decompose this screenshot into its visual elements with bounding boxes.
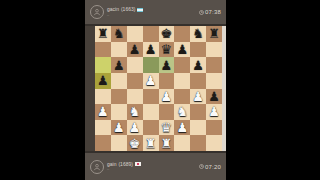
square-a7[interactable] [95,42,111,58]
piece-white-king[interactable]: ♚ [129,136,141,149]
chess-app-screen: gacin (1663) – 07:38 ♜♞♚♞♜♟♟♛♟♟♟♟♟♟♟♟♟♟♞… [85,0,226,180]
square-a2[interactable] [95,120,111,136]
square-a8[interactable]: ♜ [95,26,111,42]
square-d4[interactable] [143,89,159,105]
opponent-avatar[interactable] [90,5,104,19]
square-g8[interactable]: ♞ [190,26,206,42]
square-g3[interactable] [190,104,206,120]
piece-white-pawn[interactable]: ♟ [129,121,141,134]
square-b2[interactable]: ♟ [111,120,127,136]
square-h7[interactable] [206,42,222,58]
square-e3[interactable] [159,104,175,120]
square-h2[interactable] [206,120,222,136]
square-d7[interactable]: ♟ [143,42,159,58]
piece-white-pawn[interactable]: ♟ [113,121,125,134]
player-clock-time: 07:20 [205,164,221,170]
player-subtext: – [107,167,141,171]
square-d2[interactable] [143,120,159,136]
square-e5[interactable] [159,73,175,89]
square-c2[interactable]: ♟ [127,120,143,136]
square-d1[interactable]: ♜ [143,135,159,151]
square-e7[interactable]: ♛ [159,42,175,58]
piece-white-pawn[interactable]: ♟ [208,105,220,118]
opponent-flag-icon [137,8,143,12]
square-g5[interactable] [190,73,206,89]
square-f2[interactable]: ♟ [174,120,190,136]
piece-black-queen[interactable]: ♛ [161,42,173,55]
square-f4[interactable] [174,89,190,105]
square-c4[interactable] [127,89,143,105]
opponent-subtext: – [107,13,143,17]
board-left-gutter [85,26,95,151]
user-icon [93,163,101,171]
square-c5[interactable] [127,73,143,89]
square-h3[interactable]: ♟ [206,104,222,120]
square-g6[interactable]: ♟ [190,57,206,73]
square-c3[interactable]: ♞ [127,104,143,120]
square-b4[interactable] [111,89,127,105]
letterbox-right [226,0,320,180]
piece-black-knight[interactable]: ♞ [192,27,204,40]
square-e4[interactable]: ♟ [159,89,175,105]
square-a6[interactable] [95,57,111,73]
square-b5[interactable] [111,73,127,89]
piece-white-pawn[interactable]: ♟ [192,89,204,102]
square-f5[interactable] [174,73,190,89]
square-h4[interactable]: ♟ [206,89,222,105]
square-c8[interactable] [127,26,143,42]
piece-black-rook[interactable]: ♜ [208,27,220,40]
opponent-player-bar[interactable]: gacin (1663) – 07:38 [85,0,226,26]
piece-black-pawn[interactable]: ♟ [113,58,125,71]
square-d6[interactable] [143,57,159,73]
square-g7[interactable] [190,42,206,58]
piece-white-pawn[interactable]: ♟ [161,89,173,102]
square-e6[interactable]: ♟ [159,57,175,73]
square-e1[interactable]: ♜ [159,135,175,151]
square-g4[interactable]: ♟ [190,89,206,105]
piece-black-pawn[interactable]: ♟ [129,42,141,55]
letterbox-left [0,0,85,180]
square-d3[interactable] [143,104,159,120]
piece-white-rook[interactable]: ♜ [161,136,173,149]
square-a1[interactable] [95,135,111,151]
piece-black-rook[interactable]: ♜ [97,27,109,40]
square-c1[interactable]: ♚ [127,135,143,151]
piece-white-knight[interactable]: ♞ [129,105,141,118]
piece-black-pawn[interactable]: ♟ [192,58,204,71]
piece-white-rook[interactable]: ♜ [145,136,157,149]
square-f6[interactable] [174,57,190,73]
piece-black-pawn[interactable]: ♟ [208,89,220,102]
video-frame: gacin (1663) – 07:38 ♜♞♚♞♜♟♟♛♟♟♟♟♟♟♟♟♟♟♞… [0,0,320,180]
square-g2[interactable] [190,120,206,136]
piece-black-pawn[interactable]: ♟ [161,58,173,71]
square-c7[interactable]: ♟ [127,42,143,58]
square-h1[interactable] [206,135,222,151]
piece-white-pawn[interactable]: ♟ [145,74,157,87]
player-clock: 07:20 [199,164,221,170]
piece-black-pawn[interactable]: ♟ [176,42,188,55]
square-f3[interactable]: ♞ [174,104,190,120]
square-e2[interactable]: ♛ [159,120,175,136]
square-a4[interactable] [95,89,111,105]
player-avatar[interactable] [90,160,104,174]
piece-black-pawn[interactable]: ♟ [145,42,157,55]
square-b6[interactable]: ♟ [111,57,127,73]
piece-black-king[interactable]: ♚ [161,27,173,40]
user-icon [93,8,101,16]
piece-white-pawn[interactable]: ♟ [176,121,188,134]
player-bar[interactable]: gain (1689) – 07:20 [85,151,226,180]
opponent-clock: 07:38 [199,9,221,15]
square-d8[interactable] [143,26,159,42]
clock-icon [199,164,204,169]
square-f7[interactable]: ♟ [174,42,190,58]
board-area: ♜♞♚♞♜♟♟♛♟♟♟♟♟♟♟♟♟♟♞♞♟♟♟♛♟♚♜♜ [85,26,226,151]
square-d5[interactable]: ♟ [143,73,159,89]
clock-icon [199,10,204,15]
square-h5[interactable] [206,73,222,89]
square-a5[interactable]: ♟ [95,73,111,89]
chess-board[interactable]: ♜♞♚♞♜♟♟♛♟♟♟♟♟♟♟♟♟♟♞♞♟♟♟♛♟♚♜♜ [95,26,222,151]
square-c6[interactable] [127,57,143,73]
square-a3[interactable]: ♟ [95,104,111,120]
square-b1[interactable] [111,135,127,151]
square-e8[interactable]: ♚ [159,26,175,42]
square-f1[interactable] [174,135,190,151]
square-g1[interactable] [190,135,206,151]
square-b7[interactable] [111,42,127,58]
piece-white-pawn[interactable]: ♟ [97,105,109,118]
piece-black-pawn[interactable]: ♟ [97,74,109,87]
piece-white-queen[interactable]: ♛ [161,121,173,134]
piece-black-knight[interactable]: ♞ [113,27,125,40]
square-b3[interactable] [111,104,127,120]
square-h8[interactable]: ♜ [206,26,222,42]
square-f8[interactable] [174,26,190,42]
square-b8[interactable]: ♞ [111,26,127,42]
piece-white-knight[interactable]: ♞ [176,105,188,118]
player-flag-icon [135,162,141,166]
square-h6[interactable] [206,57,222,73]
opponent-clock-time: 07:38 [205,9,221,15]
